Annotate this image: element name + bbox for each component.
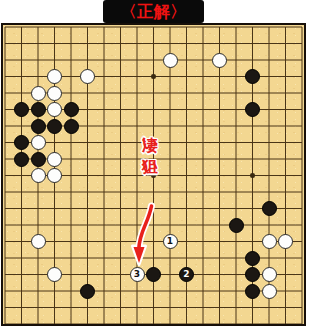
black-stone — [31, 119, 46, 134]
answer-title-text: 〈正解〉 — [121, 4, 187, 20]
move-3-stone: 3 — [130, 267, 145, 282]
star-point — [151, 74, 156, 79]
black-stone — [245, 284, 260, 299]
white-stone — [31, 234, 46, 249]
white-stone — [80, 69, 95, 84]
black-stone — [47, 119, 62, 134]
move-2-stone: 2 — [179, 267, 194, 282]
move-1-stone: 1 — [163, 234, 178, 249]
white-stone — [47, 102, 62, 117]
go-board: 132 — [1, 23, 306, 326]
white-stone — [47, 69, 62, 84]
white-stone — [262, 234, 277, 249]
white-stone — [163, 53, 178, 68]
star-point — [250, 173, 255, 178]
white-stone — [47, 86, 62, 101]
black-stone — [245, 69, 260, 84]
black-stone — [262, 201, 277, 216]
black-stone — [14, 152, 29, 167]
threat-annotation-label: 凄い狙い — [139, 124, 160, 171]
white-stone — [212, 53, 227, 68]
black-stone — [14, 102, 29, 117]
answer-title-badge: 〈正解〉 — [103, 0, 204, 23]
white-stone — [47, 152, 62, 167]
black-stone — [31, 102, 46, 117]
white-stone — [31, 168, 46, 183]
white-stone — [262, 284, 277, 299]
white-stone — [31, 135, 46, 150]
black-stone — [245, 267, 260, 282]
black-stone — [14, 135, 29, 150]
go-board-inner: 132 — [3, 25, 304, 324]
white-stone — [31, 86, 46, 101]
white-stone — [262, 267, 277, 282]
black-stone — [229, 218, 244, 233]
star-point — [151, 173, 156, 178]
black-stone — [245, 102, 260, 117]
black-stone — [64, 102, 79, 117]
white-stone — [47, 168, 62, 183]
white-stone — [47, 267, 62, 282]
black-stone — [80, 284, 95, 299]
black-stone — [64, 119, 79, 134]
black-stone — [31, 152, 46, 167]
white-stone — [278, 234, 293, 249]
black-stone — [245, 251, 260, 266]
black-stone — [146, 267, 161, 282]
go-diagram-page: { "title": { "badge_text": "〈正解〉" }, "an… — [0, 0, 309, 330]
stones-layer: 132 — [0, 19, 309, 330]
